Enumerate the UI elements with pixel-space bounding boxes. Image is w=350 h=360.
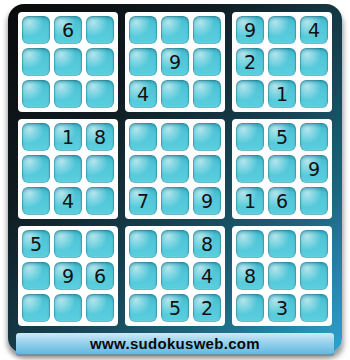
box-7: 596 bbox=[18, 226, 118, 326]
cell-r1c4[interactable] bbox=[129, 16, 157, 44]
cell-r7c3[interactable] bbox=[86, 230, 114, 258]
cell-r8c2[interactable]: 9 bbox=[54, 262, 82, 290]
sudoku-board: 6949421184795916596845283 bbox=[16, 12, 334, 326]
cell-r2c7[interactable]: 2 bbox=[236, 48, 264, 76]
cell-r4c1[interactable] bbox=[22, 123, 50, 151]
cell-r9c8[interactable]: 3 bbox=[268, 294, 296, 322]
cell-r9c5[interactable]: 5 bbox=[161, 294, 189, 322]
cell-r6c4[interactable]: 7 bbox=[129, 187, 157, 215]
cell-r2c5[interactable]: 9 bbox=[161, 48, 189, 76]
cell-r6c2[interactable]: 4 bbox=[54, 187, 82, 215]
cell-r2c3[interactable] bbox=[86, 48, 114, 76]
cell-r5c5[interactable] bbox=[161, 155, 189, 183]
cell-r3c6[interactable] bbox=[193, 80, 221, 108]
box-5: 79 bbox=[125, 119, 225, 219]
cell-r6c7[interactable]: 1 bbox=[236, 187, 264, 215]
box-6: 5916 bbox=[232, 119, 332, 219]
cell-r7c1[interactable]: 5 bbox=[22, 230, 50, 258]
sudoku-frame: 6949421184795916596845283 www.sudokusweb… bbox=[8, 4, 342, 353]
cell-r5c9[interactable]: 9 bbox=[300, 155, 328, 183]
box-4: 184 bbox=[18, 119, 118, 219]
cell-r2c9[interactable] bbox=[300, 48, 328, 76]
cell-r4c6[interactable] bbox=[193, 123, 221, 151]
cell-r9c1[interactable] bbox=[22, 294, 50, 322]
cell-r2c2[interactable] bbox=[54, 48, 82, 76]
cell-r1c6[interactable] bbox=[193, 16, 221, 44]
cell-r1c1[interactable] bbox=[22, 16, 50, 44]
site-banner-text: www.sudokusweb.com bbox=[90, 335, 260, 352]
cell-r5c6[interactable] bbox=[193, 155, 221, 183]
cell-r9c9[interactable] bbox=[300, 294, 328, 322]
cell-r5c4[interactable] bbox=[129, 155, 157, 183]
cell-r8c3[interactable]: 6 bbox=[86, 262, 114, 290]
cell-r7c9[interactable] bbox=[300, 230, 328, 258]
cell-r1c5[interactable] bbox=[161, 16, 189, 44]
cell-r7c5[interactable] bbox=[161, 230, 189, 258]
cell-r1c3[interactable] bbox=[86, 16, 114, 44]
cell-r9c6[interactable]: 2 bbox=[193, 294, 221, 322]
box-3: 9421 bbox=[232, 12, 332, 112]
cell-r6c5[interactable] bbox=[161, 187, 189, 215]
cell-r3c1[interactable] bbox=[22, 80, 50, 108]
cell-r6c3[interactable] bbox=[86, 187, 114, 215]
cell-r1c2[interactable]: 6 bbox=[54, 16, 82, 44]
cell-r3c5[interactable] bbox=[161, 80, 189, 108]
cell-r7c2[interactable] bbox=[54, 230, 82, 258]
cell-r8c7[interactable]: 8 bbox=[236, 262, 264, 290]
cell-r5c1[interactable] bbox=[22, 155, 50, 183]
site-banner: www.sudokusweb.com bbox=[16, 333, 334, 356]
cell-r7c8[interactable] bbox=[268, 230, 296, 258]
cell-r6c1[interactable] bbox=[22, 187, 50, 215]
cell-r1c7[interactable]: 9 bbox=[236, 16, 264, 44]
cell-r3c8[interactable]: 1 bbox=[268, 80, 296, 108]
cell-r8c9[interactable] bbox=[300, 262, 328, 290]
cell-r3c7[interactable] bbox=[236, 80, 264, 108]
cell-r4c4[interactable] bbox=[129, 123, 157, 151]
cell-r3c2[interactable] bbox=[54, 80, 82, 108]
cell-r9c2[interactable] bbox=[54, 294, 82, 322]
cell-r3c4[interactable]: 4 bbox=[129, 80, 157, 108]
box-1: 6 bbox=[18, 12, 118, 112]
cell-r4c2[interactable]: 1 bbox=[54, 123, 82, 151]
cell-r4c5[interactable] bbox=[161, 123, 189, 151]
cell-r2c1[interactable] bbox=[22, 48, 50, 76]
cell-r1c9[interactable]: 4 bbox=[300, 16, 328, 44]
cell-r6c6[interactable]: 9 bbox=[193, 187, 221, 215]
cell-r3c9[interactable] bbox=[300, 80, 328, 108]
cell-r9c4[interactable] bbox=[129, 294, 157, 322]
cell-r8c4[interactable] bbox=[129, 262, 157, 290]
cell-r7c4[interactable] bbox=[129, 230, 157, 258]
cell-r6c9[interactable] bbox=[300, 187, 328, 215]
cell-r8c6[interactable]: 4 bbox=[193, 262, 221, 290]
box-8: 8452 bbox=[125, 226, 225, 326]
cell-r3c3[interactable] bbox=[86, 80, 114, 108]
cell-r8c5[interactable] bbox=[161, 262, 189, 290]
cell-r5c3[interactable] bbox=[86, 155, 114, 183]
cell-r8c8[interactable] bbox=[268, 262, 296, 290]
cell-r9c7[interactable] bbox=[236, 294, 264, 322]
cell-r9c3[interactable] bbox=[86, 294, 114, 322]
cell-r7c6[interactable]: 8 bbox=[193, 230, 221, 258]
cell-r1c8[interactable] bbox=[268, 16, 296, 44]
box-2: 94 bbox=[125, 12, 225, 112]
cell-r5c2[interactable] bbox=[54, 155, 82, 183]
cell-r5c8[interactable] bbox=[268, 155, 296, 183]
cell-r6c8[interactable]: 6 bbox=[268, 187, 296, 215]
cell-r2c8[interactable] bbox=[268, 48, 296, 76]
cell-r4c7[interactable] bbox=[236, 123, 264, 151]
cell-r8c1[interactable] bbox=[22, 262, 50, 290]
cell-r4c3[interactable]: 8 bbox=[86, 123, 114, 151]
cell-r2c4[interactable] bbox=[129, 48, 157, 76]
cell-r7c7[interactable] bbox=[236, 230, 264, 258]
cell-r4c8[interactable]: 5 bbox=[268, 123, 296, 151]
cell-r5c7[interactable] bbox=[236, 155, 264, 183]
box-9: 83 bbox=[232, 226, 332, 326]
cell-r2c6[interactable] bbox=[193, 48, 221, 76]
cell-r4c9[interactable] bbox=[300, 123, 328, 151]
